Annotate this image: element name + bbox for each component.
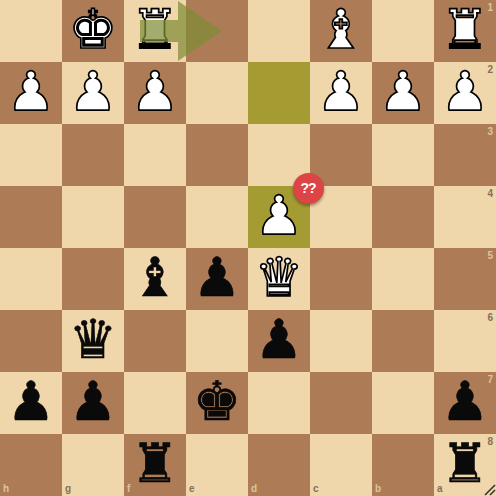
square-a2[interactable]: 2♟ <box>434 62 496 124</box>
square-e6[interactable] <box>186 310 248 372</box>
square-c8[interactable]: c <box>310 434 372 496</box>
chess-board: ♚♜♝1♜♟♟♟♟♟2♟3♟4♝♟♛5♛♟6♟♟♚7♟hgf♜edcb8a♜ ?… <box>0 0 496 496</box>
square-b5[interactable] <box>372 248 434 310</box>
piece-black-pawn-h7[interactable]: ♟ <box>0 372 62 434</box>
square-g6[interactable]: ♛ <box>62 310 124 372</box>
square-h5[interactable] <box>0 248 62 310</box>
square-g7[interactable]: ♟ <box>62 372 124 434</box>
square-a5[interactable]: 5 <box>434 248 496 310</box>
piece-black-queen-g6[interactable]: ♛ <box>62 310 124 372</box>
rank-label-5: 5 <box>487 251 493 261</box>
piece-white-pawn-c2[interactable]: ♟ <box>310 62 372 124</box>
piece-black-bishop-f5[interactable]: ♝ <box>124 248 186 310</box>
square-f2[interactable]: ♟ <box>124 62 186 124</box>
square-d6[interactable]: ♟ <box>248 310 310 372</box>
square-a7[interactable]: 7♟ <box>434 372 496 434</box>
square-c2[interactable]: ♟ <box>310 62 372 124</box>
square-b3[interactable] <box>372 124 434 186</box>
square-e7[interactable]: ♚ <box>186 372 248 434</box>
square-g5[interactable] <box>62 248 124 310</box>
square-f5[interactable]: ♝ <box>124 248 186 310</box>
square-g3[interactable] <box>62 124 124 186</box>
file-label-d: d <box>251 484 257 494</box>
square-d8[interactable]: d <box>248 434 310 496</box>
piece-white-pawn-g2[interactable]: ♟ <box>62 62 124 124</box>
piece-white-rook-f1[interactable]: ♜ <box>124 0 186 62</box>
piece-white-queen-d5[interactable]: ♛ <box>248 248 310 310</box>
board-grid: ♚♜♝1♜♟♟♟♟♟2♟3♟4♝♟♛5♛♟6♟♟♚7♟hgf♜edcb8a♜ <box>0 0 496 496</box>
square-b4[interactable] <box>372 186 434 248</box>
file-label-b: b <box>375 484 381 494</box>
piece-white-rook-a1[interactable]: ♜ <box>434 0 496 62</box>
square-a1[interactable]: 1♜ <box>434 0 496 62</box>
piece-white-bishop-c1[interactable]: ♝ <box>310 0 372 62</box>
file-label-e: e <box>189 484 195 494</box>
square-h6[interactable] <box>0 310 62 372</box>
square-a6[interactable]: 6 <box>434 310 496 372</box>
rank-label-6: 6 <box>487 313 493 323</box>
square-d1[interactable] <box>248 0 310 62</box>
square-a4[interactable]: 4 <box>434 186 496 248</box>
piece-white-pawn-f2[interactable]: ♟ <box>124 62 186 124</box>
square-h2[interactable]: ♟ <box>0 62 62 124</box>
piece-black-pawn-g7[interactable]: ♟ <box>62 372 124 434</box>
square-c1[interactable]: ♝ <box>310 0 372 62</box>
square-b1[interactable] <box>372 0 434 62</box>
square-f8[interactable]: f♜ <box>124 434 186 496</box>
square-e5[interactable]: ♟ <box>186 248 248 310</box>
square-e3[interactable] <box>186 124 248 186</box>
file-label-g: g <box>65 484 71 494</box>
blunder-badge: ?? <box>293 173 324 204</box>
rank-label-4: 4 <box>487 189 493 199</box>
piece-black-king-e7[interactable]: ♚ <box>186 372 248 434</box>
square-b2[interactable]: ♟ <box>372 62 434 124</box>
file-label-c: c <box>313 484 319 494</box>
piece-white-pawn-h2[interactable]: ♟ <box>0 62 62 124</box>
square-g2[interactable]: ♟ <box>62 62 124 124</box>
piece-white-pawn-b2[interactable]: ♟ <box>372 62 434 124</box>
square-b6[interactable] <box>372 310 434 372</box>
file-label-h: h <box>3 484 9 494</box>
square-h4[interactable] <box>0 186 62 248</box>
piece-black-pawn-a7[interactable]: ♟ <box>434 372 496 434</box>
square-b8[interactable]: b <box>372 434 434 496</box>
square-h1[interactable] <box>0 0 62 62</box>
square-e1[interactable] <box>186 0 248 62</box>
piece-black-pawn-e5[interactable]: ♟ <box>186 248 248 310</box>
square-f3[interactable] <box>124 124 186 186</box>
square-h3[interactable] <box>0 124 62 186</box>
square-h8[interactable]: h <box>0 434 62 496</box>
square-h7[interactable]: ♟ <box>0 372 62 434</box>
piece-white-pawn-a2[interactable]: ♟ <box>434 62 496 124</box>
square-f1[interactable]: ♜ <box>124 0 186 62</box>
square-b7[interactable] <box>372 372 434 434</box>
square-c7[interactable] <box>310 372 372 434</box>
piece-black-pawn-d6[interactable]: ♟ <box>248 310 310 372</box>
square-e4[interactable] <box>186 186 248 248</box>
piece-black-rook-f8[interactable]: ♜ <box>124 434 186 496</box>
square-g1[interactable]: ♚ <box>62 0 124 62</box>
square-c5[interactable] <box>310 248 372 310</box>
square-c6[interactable] <box>310 310 372 372</box>
square-f4[interactable] <box>124 186 186 248</box>
square-d2[interactable] <box>248 62 310 124</box>
square-d5[interactable]: ♛ <box>248 248 310 310</box>
square-g8[interactable]: g <box>62 434 124 496</box>
rank-label-3: 3 <box>487 127 493 137</box>
square-a3[interactable]: 3 <box>434 124 496 186</box>
square-e2[interactable] <box>186 62 248 124</box>
square-e8[interactable]: e <box>186 434 248 496</box>
board-resize-handle-icon[interactable] <box>482 482 496 496</box>
piece-white-king-g1[interactable]: ♚ <box>62 0 124 62</box>
square-f6[interactable] <box>124 310 186 372</box>
square-g4[interactable] <box>62 186 124 248</box>
square-f7[interactable] <box>124 372 186 434</box>
square-d7[interactable] <box>248 372 310 434</box>
